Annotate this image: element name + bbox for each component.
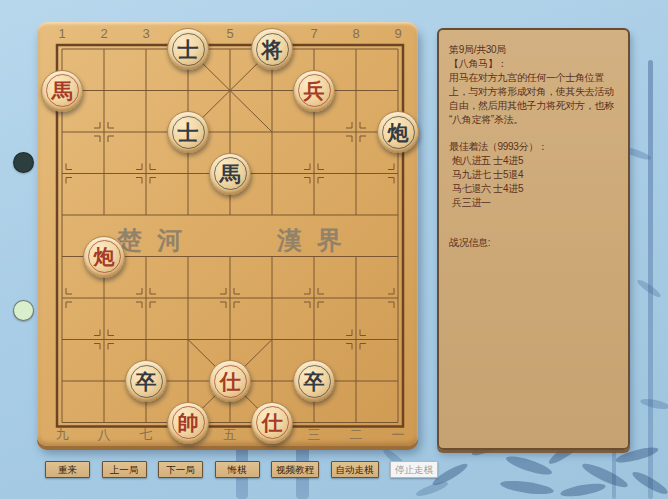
puzzle-description: 用马在对方九宫的任何一个士角位置上，与对方将形成对角，使其失去活动自由，然后用其…	[449, 71, 620, 127]
bamboo-leaf	[636, 278, 663, 300]
piece-glyph: 馬	[52, 80, 73, 101]
best-moves-title: 最佳着法（9993分）：	[449, 140, 620, 154]
piece-glyph: 卒	[136, 371, 157, 392]
bamboo-leaf	[639, 397, 668, 411]
piece-black-soldier[interactable]: 卒	[125, 360, 167, 402]
button-next-game[interactable]: 下一局	[158, 461, 203, 478]
battle-info-label: 战况信息:	[449, 236, 620, 250]
best-moves-list: 炮八进五 士4进5马九进七 士5退4马七退六 士4进5兵三进一	[449, 154, 620, 210]
button-video-tutorial[interactable]: 视频教程	[271, 461, 319, 478]
piece-glyph: 士	[178, 39, 199, 60]
move-line: 马七退六 士4进5	[452, 182, 620, 196]
move-line: 炮八进五 士4进5	[452, 154, 620, 168]
piece-black-soldier[interactable]: 卒	[293, 360, 335, 402]
piece-red-horse[interactable]: 馬	[41, 70, 83, 112]
app-window: 123456789 九八七六五四三二一 楚河 漢界 士将馬兵士炮馬炮卒仕卒帥仕 …	[0, 0, 668, 499]
indicator-dot-red-side	[13, 300, 34, 321]
piece-glyph: 卒	[304, 371, 325, 392]
bamboo-leaf	[630, 469, 668, 498]
button-stop-move: 停止走棋	[390, 461, 438, 478]
move-line: 兵三进一	[452, 196, 620, 210]
piece-black-general[interactable]: 将	[251, 28, 293, 70]
bamboo-leaf	[415, 479, 450, 498]
bamboo-stalk	[648, 60, 653, 499]
indicator-dot-black-side	[13, 152, 34, 173]
toolbar: 重来上一局下一局悔棋视频教程自动走棋停止走棋	[45, 461, 438, 478]
move-line: 马九进七 士5退4	[452, 168, 620, 182]
button-undo-move[interactable]: 悔棋	[215, 461, 260, 478]
piece-black-advisor[interactable]: 士	[167, 111, 209, 153]
piece-red-soldier[interactable]: 兵	[293, 70, 335, 112]
piece-glyph: 士	[178, 122, 199, 143]
button-auto-move[interactable]: 自动走棋	[331, 461, 379, 478]
info-panel: 第9局/共30局 【八角马】： 用马在对方九宫的任何一个士角位置上，与对方将形成…	[437, 28, 630, 450]
piece-black-horse[interactable]: 馬	[209, 153, 251, 195]
piece-glyph: 仕	[262, 412, 283, 433]
piece-glyph: 炮	[388, 122, 409, 143]
button-restart[interactable]: 重来	[45, 461, 90, 478]
piece-red-cannon[interactable]: 炮	[83, 236, 125, 278]
piece-red-advisor[interactable]: 仕	[209, 360, 251, 402]
piece-glyph: 炮	[94, 246, 115, 267]
piece-glyph: 将	[262, 39, 283, 60]
piece-black-cannon[interactable]: 炮	[377, 111, 419, 153]
piece-red-advisor[interactable]: 仕	[251, 402, 293, 444]
bamboo-leaf	[504, 453, 553, 478]
piece-glyph: 兵	[304, 80, 325, 101]
bamboo-leaf	[580, 460, 630, 491]
puzzle-title: 【八角马】：	[449, 57, 620, 71]
piece-black-advisor[interactable]: 士	[167, 28, 209, 70]
xiangqi-board[interactable]: 123456789 九八七六五四三二一 楚河 漢界 士将馬兵士炮馬炮卒仕卒帥仕	[37, 22, 418, 446]
bamboo-leaf	[559, 481, 606, 499]
piece-glyph: 馬	[220, 163, 241, 184]
piece-red-general[interactable]: 帥	[167, 402, 209, 444]
spacer	[449, 127, 620, 140]
round-info: 第9局/共30局	[449, 43, 620, 57]
button-prev-game[interactable]: 上一局	[102, 461, 147, 478]
piece-glyph: 仕	[220, 371, 241, 392]
bamboo-leaf	[499, 478, 554, 496]
piece-grid: 士将馬兵士炮馬炮卒仕卒帥仕	[41, 28, 419, 443]
piece-glyph: 帥	[178, 412, 199, 433]
